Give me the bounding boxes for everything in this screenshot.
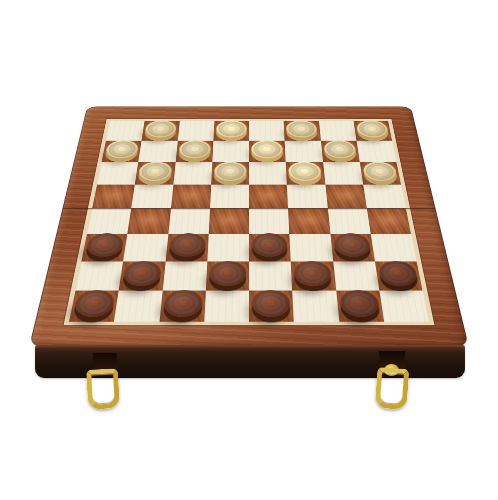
square-r4c2[interactable] xyxy=(131,184,173,208)
square-r7c8[interactable] xyxy=(375,261,423,290)
square-r8c8[interactable] xyxy=(379,290,429,321)
square-r8c5[interactable] xyxy=(249,290,294,321)
square-r6c1[interactable] xyxy=(81,234,127,261)
light-piece[interactable] xyxy=(251,140,283,158)
square-r4c5[interactable] xyxy=(249,184,288,208)
square-r8c1[interactable] xyxy=(69,290,119,321)
square-r5c4[interactable] xyxy=(208,208,249,234)
right-clasp xyxy=(373,351,411,415)
dark-piece[interactable] xyxy=(85,233,125,256)
square-r7c7[interactable] xyxy=(333,261,379,290)
square-r7c2[interactable] xyxy=(119,261,165,290)
dark-piece[interactable] xyxy=(339,290,380,317)
light-piece[interactable] xyxy=(178,140,211,158)
square-r3c1[interactable] xyxy=(97,162,138,184)
light-piece[interactable] xyxy=(105,140,140,158)
square-r8c7[interactable] xyxy=(336,290,384,321)
square-r7c4[interactable] xyxy=(206,261,249,290)
light-piece[interactable] xyxy=(323,140,357,158)
checkers-board xyxy=(29,106,469,347)
square-r2c4[interactable] xyxy=(212,141,249,162)
square-r6c6[interactable] xyxy=(290,234,333,261)
square-r2c6[interactable] xyxy=(285,141,323,162)
square-r1c1[interactable] xyxy=(106,121,145,141)
square-r2c5[interactable] xyxy=(249,141,286,162)
left-clasp-ring-icon xyxy=(86,368,120,410)
dark-piece[interactable] xyxy=(168,233,205,256)
light-piece[interactable] xyxy=(214,162,247,181)
light-piece[interactable] xyxy=(216,120,247,137)
fold-seam xyxy=(62,208,436,210)
square-r1c7[interactable] xyxy=(319,121,357,141)
square-r5c1[interactable] xyxy=(87,208,131,234)
square-r3c5[interactable] xyxy=(249,162,287,184)
light-piece[interactable] xyxy=(138,162,173,181)
square-r4c4[interactable] xyxy=(210,184,249,208)
square-r5c8[interactable] xyxy=(367,208,411,234)
dark-piece[interactable] xyxy=(252,290,291,317)
square-r7c3[interactable] xyxy=(162,261,207,290)
square-r3c4[interactable] xyxy=(211,162,249,184)
square-r6c2[interactable] xyxy=(123,234,168,261)
light-piece[interactable] xyxy=(362,162,398,181)
light-piece[interactable] xyxy=(356,120,389,137)
square-r3c3[interactable] xyxy=(173,162,212,184)
product-photo-scene xyxy=(0,0,498,500)
square-r5c5[interactable] xyxy=(249,208,290,234)
square-r4c3[interactable] xyxy=(171,184,211,208)
square-r6c4[interactable] xyxy=(207,234,249,261)
square-r1c5[interactable] xyxy=(249,121,285,141)
light-piece[interactable] xyxy=(286,120,318,137)
square-r1c4[interactable] xyxy=(213,121,249,141)
square-r3c8[interactable] xyxy=(360,162,401,184)
dark-piece[interactable] xyxy=(377,261,418,286)
light-piece[interactable] xyxy=(145,120,178,137)
square-r8c4[interactable] xyxy=(204,290,249,321)
square-r6c7[interactable] xyxy=(330,234,375,261)
square-r2c3[interactable] xyxy=(175,141,213,162)
board-grid xyxy=(64,119,435,326)
dark-piece[interactable] xyxy=(73,290,116,317)
square-r4c1[interactable] xyxy=(92,184,135,208)
left-clasp xyxy=(85,353,121,415)
square-r1c2[interactable] xyxy=(142,121,180,141)
square-r2c8[interactable] xyxy=(356,141,396,162)
square-r4c6[interactable] xyxy=(287,184,327,208)
square-r3c6[interactable] xyxy=(286,162,325,184)
dark-piece[interactable] xyxy=(333,233,372,256)
right-clasp-ring-icon xyxy=(375,367,410,410)
square-r5c6[interactable] xyxy=(288,208,330,234)
square-r6c3[interactable] xyxy=(165,234,208,261)
square-r6c8[interactable] xyxy=(371,234,417,261)
square-r3c2[interactable] xyxy=(135,162,175,184)
square-r6c5[interactable] xyxy=(249,234,291,261)
square-r5c7[interactable] xyxy=(327,208,370,234)
dark-piece[interactable] xyxy=(163,290,203,317)
square-r1c8[interactable] xyxy=(353,121,392,141)
square-r7c6[interactable] xyxy=(291,261,336,290)
square-r4c7[interactable] xyxy=(325,184,367,208)
square-r7c5[interactable] xyxy=(249,261,292,290)
square-r4c8[interactable] xyxy=(363,184,406,208)
square-r2c1[interactable] xyxy=(102,141,142,162)
dark-piece[interactable] xyxy=(122,261,162,286)
square-r5c2[interactable] xyxy=(127,208,170,234)
square-r2c2[interactable] xyxy=(138,141,177,162)
square-r8c2[interactable] xyxy=(114,290,162,321)
light-piece[interactable] xyxy=(288,162,322,181)
square-r3c7[interactable] xyxy=(323,162,363,184)
dark-piece[interactable] xyxy=(252,233,288,256)
square-r8c3[interactable] xyxy=(159,290,206,321)
square-r2c7[interactable] xyxy=(321,141,360,162)
square-r8c6[interactable] xyxy=(292,290,339,321)
square-r5c3[interactable] xyxy=(168,208,210,234)
square-r7c1[interactable] xyxy=(76,261,124,290)
square-r1c6[interactable] xyxy=(284,121,321,141)
dark-piece[interactable] xyxy=(294,261,333,286)
square-r1c3[interactable] xyxy=(177,121,214,141)
dark-piece[interactable] xyxy=(209,261,246,286)
